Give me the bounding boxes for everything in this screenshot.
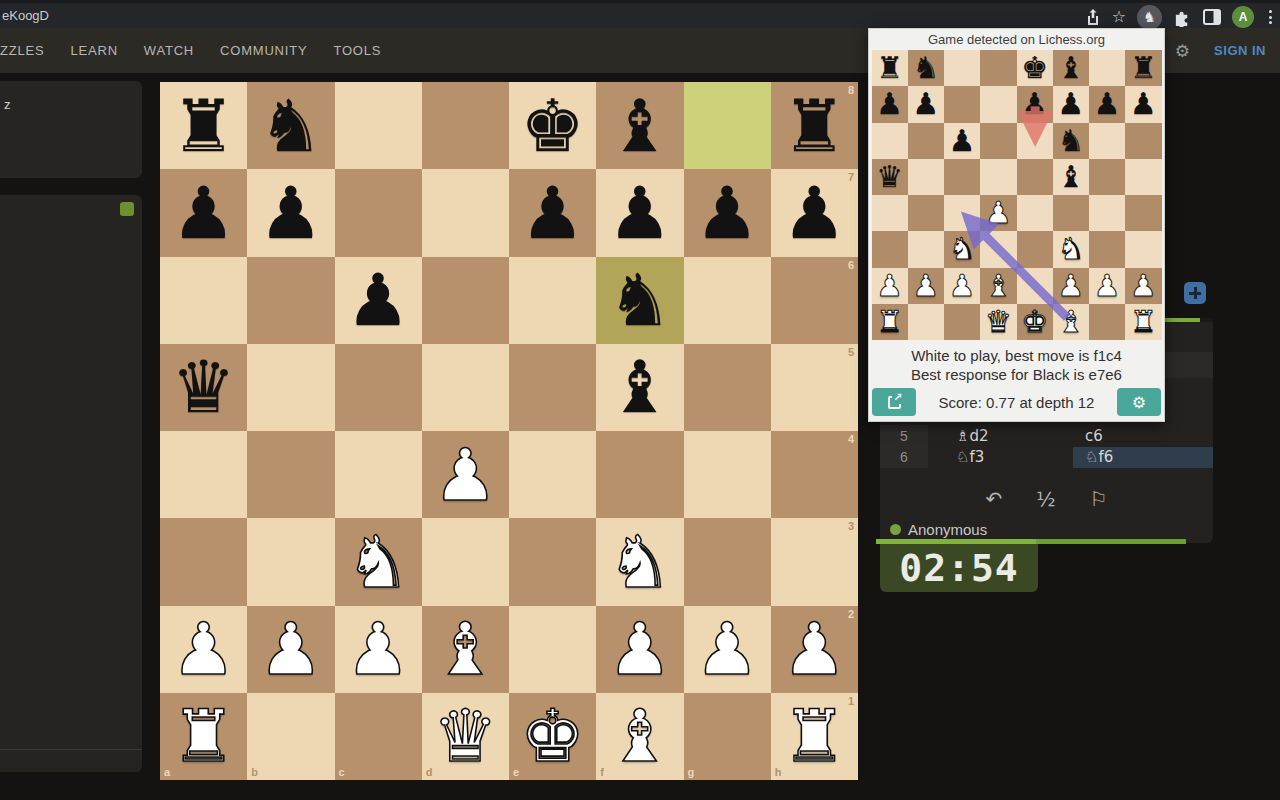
square-d1[interactable]: ♛d [422, 693, 509, 780]
square-c8[interactable] [335, 82, 422, 169]
square-a6[interactable] [872, 123, 908, 159]
square-d5[interactable] [980, 159, 1016, 195]
square-b4[interactable] [247, 431, 334, 518]
square-b1[interactable] [908, 304, 944, 340]
square-f1[interactable]: ♝f [596, 693, 683, 780]
square-h7[interactable]: ♟ [1125, 86, 1161, 122]
black-bishop[interactable]: ♝ [608, 351, 673, 423]
rank-label-8: 8 [848, 84, 854, 96]
square-h5[interactable] [1125, 159, 1161, 195]
square-d8[interactable] [422, 82, 509, 169]
square-c3[interactable]: ♞ [335, 518, 422, 605]
square-e8[interactable]: ♚ [509, 82, 596, 169]
player-clock: 02:54 [880, 544, 1038, 592]
white-pawn[interactable]: ♟ [346, 613, 411, 685]
square-g3[interactable] [684, 518, 771, 605]
square-c3[interactable]: ♞ [944, 231, 980, 267]
white-rook[interactable]: ♜ [876, 307, 903, 337]
white-pawn[interactable]: ♟ [259, 613, 324, 685]
square-b7[interactable]: ♟ [908, 86, 944, 122]
bookmark-star-icon[interactable]: ☆ [1112, 9, 1126, 25]
square-d5[interactable] [422, 344, 509, 431]
square-h3[interactable] [1125, 231, 1161, 267]
square-c7[interactable] [335, 169, 422, 256]
square-a5[interactable]: ♛ [160, 344, 247, 431]
file-label-f: f [600, 766, 604, 778]
square-f3[interactable]: ♞ [596, 518, 683, 605]
black-move[interactable]: ♘f6 [1073, 447, 1213, 469]
white-knight[interactable]: ♞ [1057, 234, 1084, 264]
square-e2[interactable] [509, 606, 596, 693]
black-pawn[interactable]: ♟ [346, 264, 411, 336]
square-a2[interactable]: ♟ [160, 606, 247, 693]
square-h2[interactable]: ♟2 [771, 606, 858, 693]
nav-item-learn[interactable]: LEARN [70, 43, 117, 58]
rank-label-6: 6 [848, 259, 854, 271]
white-knight[interactable]: ♞ [608, 526, 673, 598]
square-f7[interactable]: ♟ [596, 169, 683, 256]
white-pawn[interactable]: ♟ [433, 439, 498, 511]
square-e3[interactable] [509, 518, 596, 605]
square-d6[interactable] [980, 123, 1016, 159]
square-f4[interactable] [596, 431, 683, 518]
black-pawn[interactable]: ♟ [949, 126, 976, 156]
black-rook[interactable]: ♜ [171, 90, 236, 162]
black-pawn[interactable]: ♟ [912, 89, 939, 119]
square-f1[interactable]: ♝ [1053, 304, 1089, 340]
white-king[interactable]: ♚ [1021, 307, 1048, 337]
square-c2[interactable]: ♟ [944, 268, 980, 304]
file-label-h: h [775, 766, 782, 778]
white-queen[interactable]: ♛ [433, 700, 498, 772]
avatar[interactable]: A [1232, 6, 1254, 28]
black-queen[interactable]: ♛ [876, 162, 903, 192]
square-h1[interactable]: ♜ [1125, 304, 1161, 340]
white-bishop[interactable]: ♝ [433, 613, 498, 685]
square-h6[interactable] [1125, 123, 1161, 159]
square-c8[interactable] [944, 50, 980, 86]
popup-header: Game detected on Lichess.org [869, 29, 1164, 50]
black-rook[interactable]: ♜ [1130, 53, 1157, 83]
square-g7[interactable]: ♟ [684, 169, 771, 256]
square-g3[interactable] [1089, 231, 1125, 267]
move-row-5: 5♗d2c6 [880, 425, 1213, 447]
square-e2[interactable] [1017, 268, 1053, 304]
square-g8[interactable] [684, 82, 771, 169]
chat-status-square[interactable] [120, 202, 134, 216]
square-a6[interactable] [160, 257, 247, 344]
online-status-dot [890, 524, 901, 535]
square-d2[interactable]: ♝ [422, 606, 509, 693]
square-a8[interactable]: ♜ [872, 50, 908, 86]
square-c1[interactable] [944, 304, 980, 340]
square-f5[interactable]: ♝ [1053, 159, 1089, 195]
white-pawn[interactable]: ♟ [171, 613, 236, 685]
square-f8[interactable]: ♝ [1053, 50, 1089, 86]
square-f5[interactable]: ♝ [596, 344, 683, 431]
square-f2[interactable]: ♟ [596, 606, 683, 693]
white-bishop[interactable]: ♝ [1057, 307, 1084, 337]
rank-label-7: 7 [848, 171, 854, 183]
black-pawn[interactable]: ♟ [608, 177, 673, 249]
square-d1[interactable]: ♛ [980, 304, 1016, 340]
white-move[interactable]: ♘f3 [928, 448, 1073, 466]
square-c5[interactable] [944, 159, 980, 195]
square-h4[interactable]: 4 [771, 431, 858, 518]
square-e4[interactable] [1017, 195, 1053, 231]
best-response-text: Best response for Black is e7e6 [869, 365, 1164, 384]
square-d7[interactable] [422, 169, 509, 256]
white-knight[interactable]: ♞ [949, 234, 976, 264]
browser-topbar: eKoogD ☆ ♞ A [0, 0, 1280, 28]
square-h8[interactable]: ♜8 [771, 82, 858, 169]
square-c1[interactable]: c [335, 693, 422, 780]
square-f2[interactable]: ♟ [1053, 268, 1089, 304]
square-g2[interactable]: ♟ [684, 606, 771, 693]
square-a1[interactable]: ♜ [872, 304, 908, 340]
black-bishop[interactable]: ♝ [608, 90, 673, 162]
square-b5[interactable] [247, 344, 334, 431]
square-g4[interactable] [1089, 195, 1125, 231]
black-knight[interactable]: ♞ [608, 264, 673, 336]
black-pawn[interactable]: ♟ [1094, 89, 1121, 119]
share-icon[interactable] [1085, 8, 1101, 26]
square-b6[interactable] [247, 257, 334, 344]
square-e6[interactable] [1017, 123, 1053, 159]
black-pawn[interactable]: ♟ [1021, 89, 1048, 119]
square-e1[interactable]: ♚ [1017, 304, 1053, 340]
black-pawn[interactable]: ♟ [259, 177, 324, 249]
square-h4[interactable] [1125, 195, 1161, 231]
square-b5[interactable] [908, 159, 944, 195]
square-h3[interactable]: 3 [771, 518, 858, 605]
square-b1[interactable]: b [247, 693, 334, 780]
square-d2[interactable]: ♝ [980, 268, 1016, 304]
black-pawn[interactable]: ♟ [695, 177, 760, 249]
square-e4[interactable] [509, 431, 596, 518]
square-c7[interactable] [944, 86, 980, 122]
square-g6[interactable] [684, 257, 771, 344]
white-knight[interactable]: ♞ [346, 526, 411, 598]
black-move[interactable]: c6 [1073, 425, 1213, 447]
square-g1[interactable]: g [684, 693, 771, 780]
square-g5[interactable] [1089, 159, 1125, 195]
white-pawn[interactable]: ♟ [912, 271, 939, 301]
square-b2[interactable]: ♟ [908, 268, 944, 304]
square-f8[interactable]: ♝ [596, 82, 683, 169]
square-d6[interactable] [422, 257, 509, 344]
rank-label-5: 5 [848, 346, 854, 358]
square-a7[interactable]: ♟ [872, 86, 908, 122]
square-g6[interactable] [1089, 123, 1125, 159]
nav-item-puzzles[interactable]: ZZLES [0, 43, 44, 58]
rank-label-1: 1 [848, 695, 854, 707]
extensions-puzzle-icon[interactable] [1173, 8, 1192, 27]
white-move[interactable]: ♗d2 [928, 427, 1073, 445]
black-bishop[interactable]: ♝ [1057, 53, 1084, 83]
browser-menu-icon[interactable] [1265, 10, 1276, 24]
square-c4[interactable] [335, 431, 422, 518]
open-lichess-button[interactable]: ↗ [872, 388, 916, 416]
sidebar-toggle-icon[interactable] [1203, 9, 1221, 25]
square-a2[interactable]: ♟ [872, 268, 908, 304]
tab-title-text: eKoogD [2, 8, 49, 23]
square-d4[interactable]: ♟ [422, 431, 509, 518]
chess-extension-icon[interactable]: ♞ [1137, 5, 1162, 30]
black-pawn[interactable]: ♟ [1130, 89, 1157, 119]
popup-settings-button[interactable]: ⚙ [1117, 388, 1161, 416]
square-b2[interactable]: ♟ [247, 606, 334, 693]
white-king[interactable]: ♚ [520, 700, 585, 772]
file-label-d: d [426, 766, 433, 778]
square-c5[interactable] [335, 344, 422, 431]
black-knight[interactable]: ♞ [259, 90, 324, 162]
rank-label-3: 3 [848, 520, 854, 532]
black-queen[interactable]: ♛ [171, 351, 236, 423]
score-text: Score: 0.77 at depth 12 [916, 394, 1117, 411]
rank-label-4: 4 [848, 433, 854, 445]
white-rook[interactable]: ♜ [171, 700, 236, 772]
black-king[interactable]: ♚ [520, 90, 585, 162]
square-a4[interactable] [872, 195, 908, 231]
square-g8[interactable] [1089, 50, 1125, 86]
square-a7[interactable]: ♟ [160, 169, 247, 256]
square-e7[interactable]: ♟ [509, 169, 596, 256]
square-f6[interactable]: ♞ [596, 257, 683, 344]
black-rook[interactable]: ♜ [876, 53, 903, 83]
square-e5[interactable] [1017, 159, 1053, 195]
square-e1[interactable]: ♚e [509, 693, 596, 780]
settings-gear-icon[interactable]: ⚙ [1175, 41, 1190, 61]
square-a1[interactable]: ♜a [160, 693, 247, 780]
square-e5[interactable] [509, 344, 596, 431]
square-d8[interactable] [980, 50, 1016, 86]
white-pawn[interactable]: ♟ [876, 271, 903, 301]
square-e8[interactable]: ♚ [1017, 50, 1053, 86]
square-c2[interactable]: ♟ [335, 606, 422, 693]
file-label-a: a [164, 766, 170, 778]
file-label-e: e [513, 766, 519, 778]
square-b8[interactable]: ♞ [247, 82, 334, 169]
black-knight[interactable]: ♞ [1057, 126, 1084, 156]
square-b4[interactable] [908, 195, 944, 231]
square-h7[interactable]: ♟7 [771, 169, 858, 256]
square-d4[interactable]: ♟ [980, 195, 1016, 231]
main-chess-board: ♜♞♚♝♜8♟♟♟♟♟♟7♟♞6♛♝5♟4♞♞3♟♟♟♝♟♟♟2♜abc♛d♚e… [160, 82, 858, 780]
square-c6[interactable]: ♟ [335, 257, 422, 344]
white-pawn[interactable]: ♟ [1057, 271, 1084, 301]
square-g5[interactable] [684, 344, 771, 431]
square-e3[interactable] [1017, 231, 1053, 267]
square-b3[interactable] [908, 231, 944, 267]
square-f6[interactable]: ♞ [1053, 123, 1089, 159]
white-queen[interactable]: ♛ [985, 307, 1012, 337]
external-link-icon: ↗ [888, 396, 901, 409]
square-d3[interactable] [422, 518, 509, 605]
square-a3[interactable] [872, 231, 908, 267]
file-label-g: g [688, 766, 695, 778]
square-a3[interactable] [160, 518, 247, 605]
black-pawn[interactable]: ♟ [1057, 89, 1084, 119]
square-h2[interactable]: ♟ [1125, 268, 1161, 304]
square-a4[interactable] [160, 431, 247, 518]
square-c4[interactable] [944, 195, 980, 231]
move-row-6: 6♘f3♘f6 [880, 447, 1213, 469]
black-knight[interactable]: ♞ [912, 53, 939, 83]
chat-panel [0, 195, 142, 772]
square-g2[interactable]: ♟ [1089, 268, 1125, 304]
file-label-b: b [251, 766, 258, 778]
nav-item-tools[interactable]: TOOLS [333, 43, 381, 58]
move-number: 6 [880, 447, 928, 469]
square-g1[interactable] [1089, 304, 1125, 340]
square-e6[interactable] [509, 257, 596, 344]
draw-offer-button[interactable]: ½ [1036, 487, 1055, 511]
move-number: 5 [880, 425, 928, 447]
square-b8[interactable]: ♞ [908, 50, 944, 86]
white-pawn[interactable]: ♟ [1094, 271, 1121, 301]
square-g4[interactable] [684, 431, 771, 518]
white-rook[interactable]: ♜ [782, 700, 847, 772]
square-e7[interactable]: ♟ [1017, 86, 1053, 122]
file-label-c: c [339, 766, 345, 778]
white-bishop[interactable]: ♝ [985, 271, 1012, 301]
nav-item-community[interactable]: COMMUNITY [220, 43, 307, 58]
white-pawn[interactable]: ♟ [608, 613, 673, 685]
nav-item-watch[interactable]: WATCH [144, 43, 194, 58]
game-info-panel: z [0, 81, 142, 178]
white-pawn[interactable]: ♟ [985, 198, 1012, 228]
best-move-text: White to play, best move is f1c4 [869, 346, 1164, 365]
square-h8[interactable]: ♜ [1125, 50, 1161, 86]
square-b7[interactable]: ♟ [247, 169, 334, 256]
white-pawn[interactable]: ♟ [695, 613, 760, 685]
white-pawn[interactable]: ♟ [782, 613, 847, 685]
square-g7[interactable]: ♟ [1089, 86, 1125, 122]
square-h1[interactable]: ♜h1 [771, 693, 858, 780]
square-c6[interactable]: ♟ [944, 123, 980, 159]
square-f3[interactable]: ♞ [1053, 231, 1089, 267]
black-pawn[interactable]: ♟ [782, 177, 847, 249]
square-h5[interactable]: 5 [771, 344, 858, 431]
square-d3[interactable] [980, 231, 1016, 267]
new-game-plus-button[interactable] [1184, 282, 1206, 304]
square-f7[interactable]: ♟ [1053, 86, 1089, 122]
black-king[interactable]: ♚ [1021, 53, 1048, 83]
square-a8[interactable]: ♜ [160, 82, 247, 169]
black-bishop[interactable]: ♝ [1057, 162, 1084, 192]
square-h6[interactable]: 6 [771, 257, 858, 344]
resign-flag-button[interactable]: ⚐ [1090, 487, 1108, 511]
white-pawn[interactable]: ♟ [949, 271, 976, 301]
takeback-button[interactable]: ↶ [985, 487, 1002, 511]
black-pawn[interactable]: ♟ [520, 177, 585, 249]
mini-chess-board: ♜♞♚♝♜♟♟♟♟♟♟♟♞♛♝♟♞♞♟♟♟♝♟♟♟♜♛♚♝♜ [872, 50, 1162, 340]
square-b3[interactable] [247, 518, 334, 605]
square-a5[interactable]: ♛ [872, 159, 908, 195]
square-f4[interactable] [1053, 195, 1089, 231]
black-pawn[interactable]: ♟ [171, 177, 236, 249]
white-pawn[interactable]: ♟ [1130, 271, 1157, 301]
extension-popup: Game detected on Lichess.org ♜♞♚♝♜♟♟♟♟♟♟… [868, 28, 1165, 422]
move-rows: 5♗d2c66♘f3♘f6 [880, 425, 1213, 468]
black-rook[interactable]: ♜ [782, 90, 847, 162]
square-b6[interactable] [908, 123, 944, 159]
player-name: Anonymous [908, 521, 987, 538]
rank-label-2: 2 [848, 608, 854, 620]
sign-in-link[interactable]: SIGN IN [1214, 43, 1266, 58]
square-d7[interactable] [980, 86, 1016, 122]
white-bishop[interactable]: ♝ [608, 700, 673, 772]
game-info-text: z [4, 97, 11, 112]
white-rook[interactable]: ♜ [1130, 307, 1157, 337]
chat-input-divider [0, 749, 142, 750]
black-pawn[interactable]: ♟ [876, 89, 903, 119]
